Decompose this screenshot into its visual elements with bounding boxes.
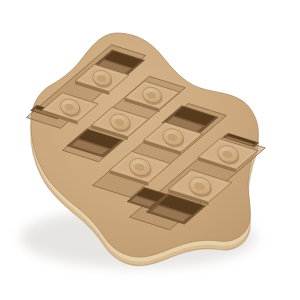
product-photo-bone-puzzle xyxy=(0,0,300,300)
bone-puzzle-board-scene xyxy=(0,0,300,300)
